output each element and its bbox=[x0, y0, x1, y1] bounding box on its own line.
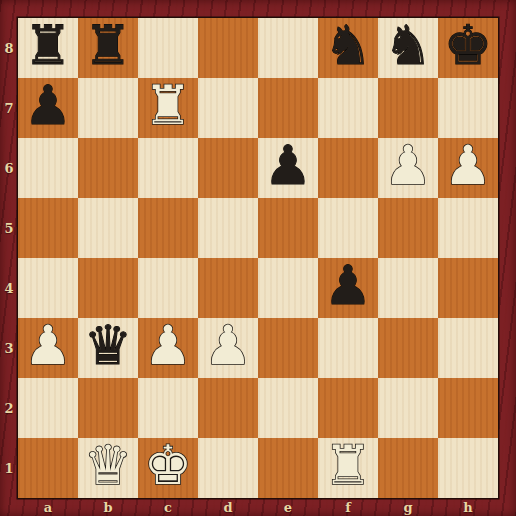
square-a4[interactable] bbox=[18, 258, 78, 318]
piece-wr[interactable]: ♜ bbox=[144, 78, 192, 136]
square-g7[interactable] bbox=[378, 78, 438, 138]
square-f6[interactable] bbox=[318, 138, 378, 198]
square-a1[interactable] bbox=[18, 438, 78, 498]
square-g4[interactable] bbox=[378, 258, 438, 318]
square-h3[interactable] bbox=[438, 318, 498, 378]
file-label-h: h bbox=[438, 498, 498, 516]
piece-br[interactable]: ♜ bbox=[24, 18, 72, 76]
square-c5[interactable] bbox=[138, 198, 198, 258]
square-g8[interactable]: ♞ bbox=[378, 18, 438, 78]
rank-label-4: 4 bbox=[0, 258, 18, 318]
square-b5[interactable] bbox=[78, 198, 138, 258]
square-d2[interactable] bbox=[198, 378, 258, 438]
piece-br[interactable]: ♜ bbox=[84, 18, 132, 76]
rank-labels: 87654321 bbox=[0, 18, 18, 498]
square-f5[interactable] bbox=[318, 198, 378, 258]
square-h7[interactable] bbox=[438, 78, 498, 138]
rank-label-5: 5 bbox=[0, 198, 18, 258]
rank-label-8: 8 bbox=[0, 18, 18, 78]
piece-bk[interactable]: ♚ bbox=[444, 18, 492, 76]
rank-label-7: 7 bbox=[0, 78, 18, 138]
square-g1[interactable] bbox=[378, 438, 438, 498]
chessboard-frame: 87654321 abcdefgh ♜♜♞♞♚♟♜♟♟♟♟♟♛♟♟♛♚♜ bbox=[0, 0, 516, 516]
piece-bq[interactable]: ♛ bbox=[84, 318, 132, 376]
square-h6[interactable]: ♟ bbox=[438, 138, 498, 198]
square-e3[interactable] bbox=[258, 318, 318, 378]
square-g2[interactable] bbox=[378, 378, 438, 438]
square-b4[interactable] bbox=[78, 258, 138, 318]
square-f4[interactable]: ♟ bbox=[318, 258, 378, 318]
square-b2[interactable] bbox=[78, 378, 138, 438]
square-e8[interactable] bbox=[258, 18, 318, 78]
square-c7[interactable]: ♜ bbox=[138, 78, 198, 138]
file-label-g: g bbox=[378, 498, 438, 516]
square-h8[interactable]: ♚ bbox=[438, 18, 498, 78]
square-h1[interactable] bbox=[438, 438, 498, 498]
square-c6[interactable] bbox=[138, 138, 198, 198]
piece-bp[interactable]: ♟ bbox=[264, 138, 312, 196]
square-c8[interactable] bbox=[138, 18, 198, 78]
square-a7[interactable]: ♟ bbox=[18, 78, 78, 138]
square-a8[interactable]: ♜ bbox=[18, 18, 78, 78]
piece-bp[interactable]: ♟ bbox=[24, 78, 72, 136]
square-g5[interactable] bbox=[378, 198, 438, 258]
piece-wr[interactable]: ♜ bbox=[324, 438, 372, 496]
piece-wp[interactable]: ♟ bbox=[204, 318, 252, 376]
square-h2[interactable] bbox=[438, 378, 498, 438]
square-c4[interactable] bbox=[138, 258, 198, 318]
square-d7[interactable] bbox=[198, 78, 258, 138]
square-b6[interactable] bbox=[78, 138, 138, 198]
square-a6[interactable] bbox=[18, 138, 78, 198]
square-e7[interactable] bbox=[258, 78, 318, 138]
piece-wp[interactable]: ♟ bbox=[24, 318, 72, 376]
square-e1[interactable] bbox=[258, 438, 318, 498]
square-d4[interactable] bbox=[198, 258, 258, 318]
square-e2[interactable] bbox=[258, 378, 318, 438]
square-a2[interactable] bbox=[18, 378, 78, 438]
square-e5[interactable] bbox=[258, 198, 318, 258]
piece-wk[interactable]: ♚ bbox=[144, 438, 192, 496]
square-c1[interactable]: ♚ bbox=[138, 438, 198, 498]
piece-wq[interactable]: ♛ bbox=[84, 438, 132, 496]
square-d6[interactable] bbox=[198, 138, 258, 198]
file-label-b: b bbox=[78, 498, 138, 516]
square-b1[interactable]: ♛ bbox=[78, 438, 138, 498]
square-h4[interactable] bbox=[438, 258, 498, 318]
rank-label-6: 6 bbox=[0, 138, 18, 198]
square-g6[interactable]: ♟ bbox=[378, 138, 438, 198]
square-d3[interactable]: ♟ bbox=[198, 318, 258, 378]
square-e6[interactable]: ♟ bbox=[258, 138, 318, 198]
square-f8[interactable]: ♞ bbox=[318, 18, 378, 78]
board: ♜♜♞♞♚♟♜♟♟♟♟♟♛♟♟♛♚♜ bbox=[18, 18, 498, 498]
square-c2[interactable] bbox=[138, 378, 198, 438]
piece-wp[interactable]: ♟ bbox=[144, 318, 192, 376]
square-f7[interactable] bbox=[318, 78, 378, 138]
file-label-d: d bbox=[198, 498, 258, 516]
square-e4[interactable] bbox=[258, 258, 318, 318]
square-f2[interactable] bbox=[318, 378, 378, 438]
piece-bp[interactable]: ♟ bbox=[324, 258, 372, 316]
square-g3[interactable] bbox=[378, 318, 438, 378]
file-labels: abcdefgh bbox=[18, 498, 498, 516]
square-d1[interactable] bbox=[198, 438, 258, 498]
square-c3[interactable]: ♟ bbox=[138, 318, 198, 378]
piece-bn[interactable]: ♞ bbox=[324, 18, 372, 76]
square-d8[interactable] bbox=[198, 18, 258, 78]
square-b3[interactable]: ♛ bbox=[78, 318, 138, 378]
square-b8[interactable]: ♜ bbox=[78, 18, 138, 78]
square-h5[interactable] bbox=[438, 198, 498, 258]
file-label-a: a bbox=[18, 498, 78, 516]
piece-wp[interactable]: ♟ bbox=[444, 138, 492, 196]
square-f3[interactable] bbox=[318, 318, 378, 378]
square-f1[interactable]: ♜ bbox=[318, 438, 378, 498]
file-label-e: e bbox=[258, 498, 318, 516]
square-a3[interactable]: ♟ bbox=[18, 318, 78, 378]
rank-label-2: 2 bbox=[0, 378, 18, 438]
file-label-f: f bbox=[318, 498, 378, 516]
rank-label-3: 3 bbox=[0, 318, 18, 378]
piece-wp[interactable]: ♟ bbox=[384, 138, 432, 196]
file-label-c: c bbox=[138, 498, 198, 516]
square-b7[interactable] bbox=[78, 78, 138, 138]
square-d5[interactable] bbox=[198, 198, 258, 258]
piece-bn[interactable]: ♞ bbox=[384, 18, 432, 76]
rank-label-1: 1 bbox=[0, 438, 18, 498]
square-a5[interactable] bbox=[18, 198, 78, 258]
